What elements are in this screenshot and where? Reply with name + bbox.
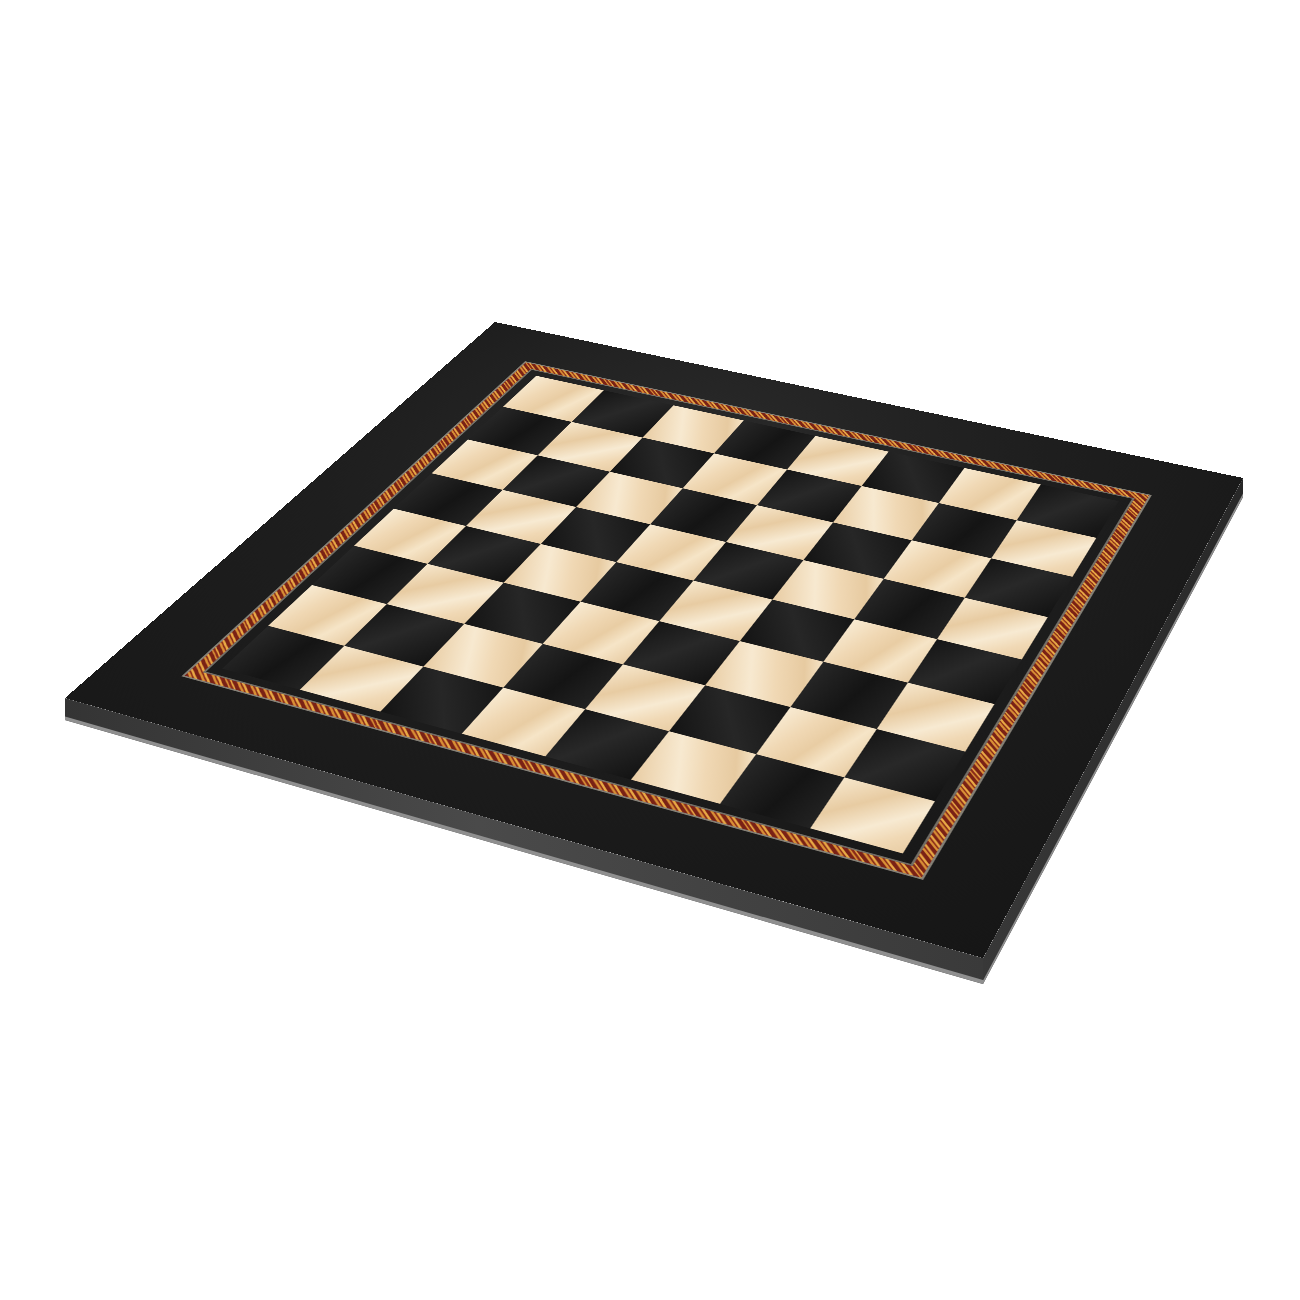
chess-board-photo	[0, 0, 1300, 1300]
